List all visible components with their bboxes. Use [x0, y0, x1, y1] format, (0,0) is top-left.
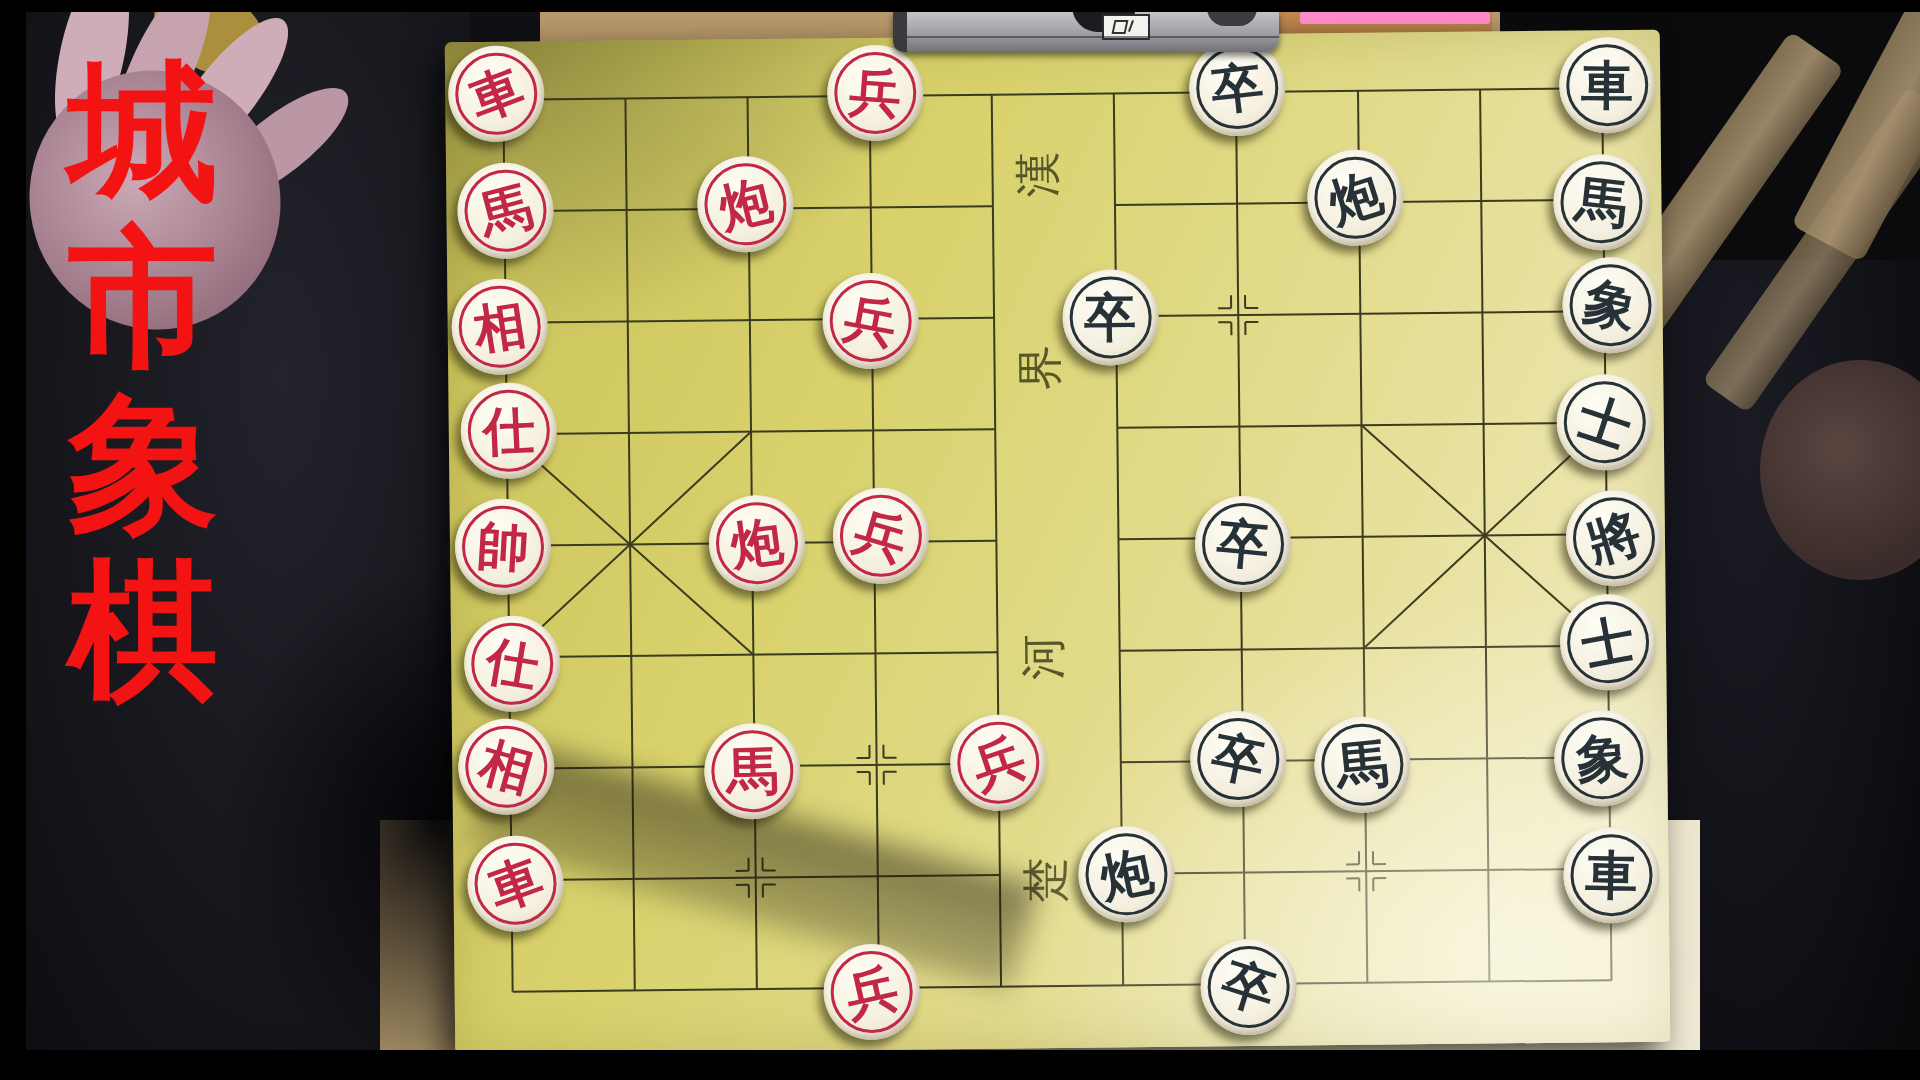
piece-glyph: 兵	[815, 935, 930, 1050]
piece-black-soldier[interactable]: 卒	[1188, 40, 1285, 137]
piece-glyph: 炮	[703, 489, 811, 597]
piece-glyph: 士	[1552, 586, 1664, 698]
board-grid: 漢界河楚	[445, 30, 1671, 1055]
title-character: 城	[58, 52, 228, 218]
piece-red-soldier[interactable]: 兵	[833, 487, 930, 584]
clock-seam	[907, 36, 1279, 38]
xiangqi-board[interactable]: 漢界河楚 車馬相仕帥仕相車炮炮馬兵兵兵兵兵卒卒卒卒卒炮炮馬車馬象士將士象車	[445, 30, 1671, 1055]
piece-glyph: 馬	[703, 722, 802, 821]
piece-glyph: 相	[445, 272, 554, 381]
piece-glyph: 馬	[1548, 149, 1654, 255]
piece-black-elephant[interactable]: 象	[1562, 257, 1659, 354]
piece-glyph: 象	[1553, 248, 1667, 362]
piece-red-soldier[interactable]: 兵	[822, 272, 919, 369]
piece-red-cannon[interactable]: 炮	[697, 155, 794, 252]
piece-black-soldier[interactable]: 卒	[1200, 939, 1297, 1036]
piece-red-elephant[interactable]: 相	[458, 718, 555, 815]
piece-black-cannon[interactable]: 炮	[1307, 149, 1404, 246]
piece-glyph: 車	[1559, 37, 1656, 134]
title-character: 市	[58, 218, 228, 384]
piece-red-advisor[interactable]: 仕	[460, 382, 557, 479]
piece-black-horse[interactable]: 馬	[1553, 153, 1650, 250]
piece-red-horse[interactable]: 馬	[704, 723, 801, 820]
letterbox-bar	[0, 0, 26, 1080]
piece-red-horse[interactable]: 馬	[457, 162, 554, 259]
river-text: 楚	[1018, 857, 1072, 904]
piece-glyph: 卒	[1190, 492, 1295, 597]
game-clock[interactable]	[893, 10, 1279, 52]
piece-black-chariot[interactable]: 車	[1559, 37, 1656, 134]
piece-black-horse[interactable]: 馬	[1314, 716, 1411, 813]
piece-glyph: 仕	[457, 608, 567, 718]
piece-red-elephant[interactable]: 相	[451, 278, 548, 375]
piece-glyph: 炮	[1069, 817, 1182, 930]
piece-glyph: 仕	[459, 380, 559, 480]
piece-glyph: 馬	[1310, 712, 1415, 817]
piece-glyph: 卒	[1062, 269, 1159, 366]
piece-black-elephant[interactable]: 象	[1554, 710, 1651, 807]
piece-red-soldier[interactable]: 兵	[823, 943, 920, 1040]
piece-black-cannon[interactable]: 炮	[1077, 825, 1174, 922]
river-text: 漢	[1010, 151, 1064, 198]
river-text: 界	[1012, 344, 1066, 391]
piece-red-general[interactable]: 帥	[455, 498, 552, 595]
piece-glyph: 兵	[824, 41, 927, 144]
pink-object	[1300, 12, 1490, 24]
title-character: 象	[58, 384, 228, 550]
piece-red-cannon[interactable]: 炮	[709, 495, 806, 592]
title-character: 棋	[58, 550, 228, 716]
river-text: 河	[1015, 634, 1069, 681]
piece-black-advisor[interactable]: 士	[1556, 373, 1653, 470]
piece-red-soldier[interactable]: 兵	[950, 714, 1047, 811]
video-title: 城市象棋	[58, 52, 228, 716]
piece-red-advisor[interactable]: 仕	[464, 615, 561, 712]
piece-red-soldier[interactable]: 兵	[827, 44, 924, 141]
piece-black-soldier[interactable]: 卒	[1189, 711, 1286, 808]
piece-red-chariot[interactable]: 車	[448, 45, 545, 142]
piece-glyph: 車	[1562, 826, 1660, 924]
piece-black-general[interactable]: 將	[1565, 490, 1662, 587]
piece-glyph: 卒	[1181, 703, 1294, 816]
piece-black-soldier[interactable]: 卒	[1062, 269, 1159, 366]
piece-glyph: 象	[1550, 707, 1653, 810]
piece-glyph: 帥	[452, 496, 554, 598]
piece-red-chariot[interactable]: 車	[467, 835, 564, 932]
piece-black-soldier[interactable]: 卒	[1194, 496, 1291, 593]
piece-black-advisor[interactable]: 士	[1559, 593, 1656, 690]
piece-black-chariot[interactable]: 車	[1563, 826, 1660, 923]
piece-glyph: 兵	[815, 265, 927, 377]
letterbox-bar	[0, 0, 1920, 12]
letterbox-bar	[0, 1050, 1920, 1080]
scene: 漢界河楚 車馬相仕帥仕相車炮炮馬兵兵兵兵兵卒卒卒卒卒炮炮馬車馬象士將士象車 城市…	[0, 0, 1920, 1080]
